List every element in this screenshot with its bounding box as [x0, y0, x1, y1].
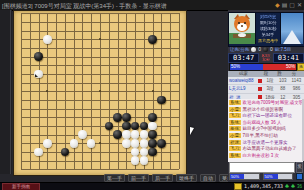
window-control-icon[interactable]: ◆ — [275, 1, 280, 9]
stone-white — [131, 139, 139, 147]
chat-sender-name[interactable]: 系统: — [229, 100, 241, 105]
stone-black — [105, 122, 113, 130]
player-avatar — [229, 13, 256, 44]
player-score: 986 — [289, 86, 304, 91]
nav-button[interactable]: 自动 — [200, 174, 216, 182]
go-client-window: [围棋频道3] 7009号对局室 观战中(第34手) - 手数条 - 显示棋谱 … — [0, 0, 304, 190]
stone-white — [140, 156, 148, 164]
rank-badge-icon — [258, 79, 262, 83]
fox-avatar-image — [229, 13, 255, 44]
chat-input-row: 发送 — [229, 162, 303, 171]
komi-label: 贴:7.5目 — [275, 47, 292, 52]
spectator-table: 玩家段胜分 woaiweiqi881段1031143L天元L93段88986棋_… — [228, 71, 304, 99]
black-stone-icon — [263, 47, 268, 52]
stone-white — [122, 139, 130, 147]
game-status-line: 黑方思考中 — [258, 38, 278, 43]
chat-sender-name[interactable]: 系统: — [229, 120, 241, 125]
table-header-cell: 分 — [286, 71, 302, 77]
rules-label: 让先:分先 — [230, 47, 249, 52]
stone-white — [131, 148, 139, 156]
vote-bar: 50% 50% — [229, 63, 297, 71]
stone-white — [78, 130, 86, 138]
player-info-card: 对局信息 限时10分 读秒30秒 第34手 黑方思考中 — [228, 12, 304, 47]
mini-progress-row: 50% 50% — [229, 173, 303, 180]
last-move-marker — [35, 74, 38, 77]
game-info-line: 限时10分 — [260, 20, 277, 25]
byoyomi-info: 各3次 30秒 — [259, 54, 273, 62]
rank-badge-icon — [258, 87, 262, 91]
game-info-line: 对局信息 — [260, 14, 276, 19]
stone-white — [131, 156, 139, 164]
stone-black — [61, 148, 69, 156]
mouse-cursor — [190, 127, 194, 135]
stone-black — [148, 139, 156, 147]
grid-line-h — [21, 169, 179, 170]
grid-line-h — [21, 161, 179, 162]
stone-black — [122, 122, 130, 130]
white-clock: 03:47 — [228, 53, 259, 63]
player-name-link[interactable]: woaiweiqi88 — [228, 78, 257, 83]
chat-sender-name[interactable]: 棋迷: — [229, 140, 241, 145]
go-board[interactable] — [13, 10, 187, 176]
table-header-cell: 胜 — [273, 71, 286, 77]
grid-line-h — [21, 109, 179, 110]
stone-white — [43, 139, 51, 147]
stone-black — [148, 148, 156, 156]
stone-black — [148, 113, 156, 121]
spectator-table-header: 玩家段胜分 — [228, 71, 304, 77]
player-wins: 103 — [277, 78, 289, 83]
grid-line-v — [179, 13, 180, 169]
table-row[interactable]: woaiweiqi881段1031143 — [228, 77, 304, 85]
game-info-block: 对局信息 限时10分 读秒30秒 第34手 黑方思考中 — [256, 13, 280, 44]
chat-area[interactable]: 系统: 欢迎光临7009号对局室,请文明观战小雪: 黑棋这个挖很厉害啊飞刀: 白… — [228, 99, 303, 162]
coins-icon — [234, 183, 242, 190]
stone-black — [148, 130, 156, 138]
progress-label: 50% — [265, 174, 273, 179]
nav-button[interactable]: 第一手 — [104, 174, 125, 182]
white-stone-icon — [251, 47, 256, 52]
progress-settings-button[interactable] — [296, 173, 303, 180]
stone-black — [140, 122, 148, 130]
window-control-icon[interactable]: ▢ — [289, 1, 295, 9]
progress-bar-right: 50% — [263, 173, 294, 180]
chat-input[interactable] — [229, 162, 295, 173]
grid-line-h — [21, 100, 179, 101]
stone-black — [122, 113, 130, 121]
window-controls: ◆▤▢✕ — [275, 1, 302, 9]
nav-button[interactable]: 最终手 — [176, 174, 197, 182]
table-header-cell: 玩家 — [228, 71, 259, 77]
chat-message: 飞刀: 右边黑两子动出白就难办了 — [229, 146, 303, 153]
chat-message: 小雪: 7目半,黑不怕打劫 — [229, 133, 303, 140]
progress-bar-left: 50% — [229, 173, 260, 180]
chat-message: 小雪: 黑棋这个挖很厉害啊 — [229, 107, 303, 114]
opponent-avatar-photo — [280, 13, 303, 44]
stone-black — [131, 122, 139, 130]
nav-button[interactable]: 后一手 — [152, 174, 173, 182]
network-status-icon: ♣ — [285, 183, 289, 190]
stone-white — [34, 70, 42, 78]
player-name-link[interactable]: L天元L9 — [228, 86, 257, 91]
vote-bar-red: 50% — [263, 64, 296, 70]
chat-sender-name[interactable]: 系统: — [229, 153, 241, 158]
grid-line-v — [109, 13, 110, 169]
stone-black — [34, 52, 42, 60]
player-score: 1143 — [289, 78, 304, 83]
table-row[interactable]: L天元L93段88986 — [228, 85, 304, 93]
stone-black — [157, 96, 165, 104]
stone-black — [148, 35, 156, 43]
chat-message: 系统: 当前观战人数 36 人 — [229, 120, 303, 127]
vote-bar-blue: 50% — [230, 64, 263, 70]
beginner-guide-button[interactable]: 新手指南 — [2, 183, 40, 190]
stone-white — [140, 139, 148, 147]
table-header-cell: 段 — [259, 71, 273, 77]
stone-white — [140, 130, 148, 138]
white-captures-count: 0 — [258, 46, 261, 52]
stone-white — [122, 130, 130, 138]
chat-message: 系统: 欢迎光临7009号对局室,请文明观战 — [229, 100, 303, 107]
status-bar-right: 1,409,345,733 ♣ ♣ 36 — [234, 183, 302, 190]
board-grid — [14, 11, 186, 175]
grid-line-v — [118, 13, 119, 169]
left-edge-divider — [10, 10, 11, 174]
stone-white — [70, 139, 78, 147]
stone-white — [34, 148, 42, 156]
network-status-icon: ♣ — [291, 183, 295, 190]
chat-sender-name[interactable]: 飞刀: — [229, 146, 241, 151]
stone-black — [113, 130, 121, 138]
black-clock: 03:41 — [273, 53, 304, 63]
grid-line-v — [170, 13, 171, 169]
coin-balance: 1,409,345,733 — [244, 183, 283, 189]
stone-white — [43, 35, 51, 43]
stone-white — [148, 122, 156, 130]
online-count: 36 — [297, 184, 302, 189]
chat-message: 棋迷: 这手应该退一个更厚实 — [229, 140, 303, 147]
window-control-icon[interactable]: ✕ — [297, 1, 302, 9]
chat-message: 飞刀: 白棋下边一团还没有眼位 — [229, 113, 303, 120]
chat-sender-name[interactable]: 飞刀: — [229, 113, 241, 118]
captures-row: 让先:分先 0 0 贴:7.5目 — [228, 46, 304, 53]
chat-sender-name[interactable]: 小雪: — [229, 107, 241, 112]
mountain-image — [283, 30, 301, 44]
game-clocks: 03:47 各3次 30秒 03:41 — [228, 53, 304, 62]
chat-sender-name[interactable]: 老张: — [229, 126, 241, 131]
player-rank: 3段 — [263, 86, 276, 91]
player-rank: 1段 — [263, 78, 276, 83]
player-wins: 88 — [277, 86, 289, 91]
stone-white — [131, 130, 139, 138]
chat-scrollbar[interactable] — [302, 99, 304, 161]
chat-message: 老张: 贴目多少?中国规则吗 — [229, 126, 303, 133]
stone-white — [140, 148, 148, 156]
send-button[interactable]: 发送 — [296, 162, 303, 173]
game-info-line: 读秒30秒 — [260, 26, 277, 31]
vote-toggle-button[interactable]: 换 — [297, 63, 304, 71]
stone-white — [87, 139, 95, 147]
chat-sender-name[interactable]: 小雪: — [229, 133, 241, 138]
progress-label: 50% — [231, 174, 239, 179]
nav-button[interactable]: 前一手 — [128, 174, 149, 182]
black-captures-count: 0 — [270, 46, 273, 52]
chat-message: 系统: 白方剩余读秒 3 次 — [229, 153, 303, 160]
game-info-line: 第34手 — [262, 32, 275, 37]
stone-black — [157, 139, 165, 147]
byoyomi-seconds: 30秒 — [262, 58, 270, 62]
window-control-icon[interactable]: ▤ — [282, 1, 288, 9]
stone-black — [113, 113, 121, 121]
